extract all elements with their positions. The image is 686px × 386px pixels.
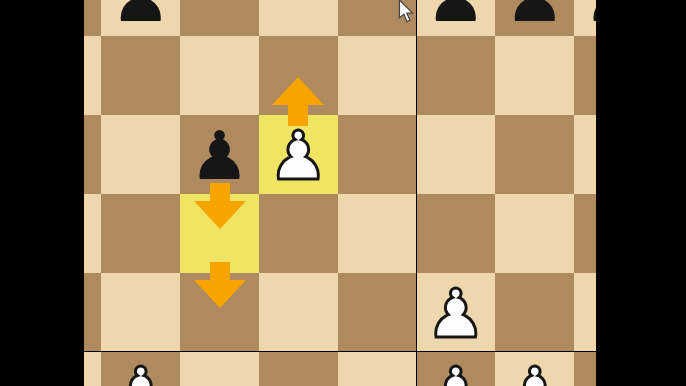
square-c2[interactable]: [180, 352, 259, 386]
square-e6[interactable]: [338, 36, 417, 115]
arrow-head: [194, 280, 246, 308]
mouse-cursor-icon: [398, 0, 414, 24]
black-pawn-g7[interactable]: ♟: [495, 0, 574, 38]
square-c7[interactable]: [180, 0, 259, 36]
square-b3[interactable]: [101, 273, 180, 352]
arrow-shaft: [210, 262, 230, 282]
white-pawn-f2[interactable]: ♟: [417, 354, 496, 386]
arrow-shaft: [288, 105, 308, 126]
black-pawn-f7[interactable]: ♟: [417, 0, 496, 38]
square-e2[interactable]: [338, 352, 417, 386]
arrow-shaft: [210, 183, 230, 203]
square-d7[interactable]: [259, 0, 338, 36]
square-e3[interactable]: [338, 273, 417, 352]
square-d3[interactable]: [259, 273, 338, 352]
square-d4[interactable]: [259, 194, 338, 273]
square-b5[interactable]: [101, 115, 180, 194]
square-c6[interactable]: [180, 36, 259, 115]
square-b6[interactable]: [101, 36, 180, 115]
arrow-head: [272, 77, 324, 105]
chess-board: ♟♟♟♟♟♟♟♟♟♟: [23, 0, 653, 386]
letterbox-left: [0, 0, 84, 386]
white-pawn-d5[interactable]: ♟: [259, 117, 338, 196]
square-f4[interactable]: [417, 194, 496, 273]
letterbox-right: [596, 0, 686, 386]
white-pawn-f3[interactable]: ♟: [417, 275, 496, 354]
black-pawn-b7[interactable]: ♟: [101, 0, 180, 38]
square-e4[interactable]: [338, 194, 417, 273]
video-frame: ♟♟♟♟♟♟♟♟♟♟: [0, 0, 686, 386]
square-g5[interactable]: [495, 115, 574, 194]
square-f5[interactable]: [417, 115, 496, 194]
square-b4[interactable]: [101, 194, 180, 273]
square-g3[interactable]: [495, 273, 574, 352]
square-g4[interactable]: [495, 194, 574, 273]
square-g6[interactable]: [495, 36, 574, 115]
square-f6[interactable]: [417, 36, 496, 115]
arrow-head: [194, 201, 246, 229]
square-d2[interactable]: [259, 352, 338, 386]
white-pawn-b2[interactable]: ♟: [101, 354, 180, 386]
square-e5[interactable]: [338, 115, 417, 194]
white-pawn-g2[interactable]: ♟: [495, 354, 574, 386]
